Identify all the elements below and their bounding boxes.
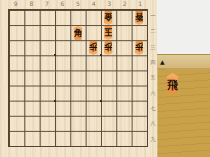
file-label-9: 9 xyxy=(8,0,24,8)
square-3-1[interactable]: 金 xyxy=(101,10,116,25)
rank-label-9: 九 xyxy=(149,132,156,146)
file-label-8: 8 xyxy=(24,0,40,8)
komadai: ▲ 飛 xyxy=(157,54,210,157)
piece-glyph: 歩 xyxy=(135,42,144,51)
board[interactable]: 金香角玉歩歩歩 xyxy=(8,9,148,147)
komadai-top-edge: ▲ xyxy=(157,55,210,69)
gote-pawn-piece[interactable]: 歩 xyxy=(133,41,146,55)
gote-pawn-piece[interactable]: 歩 xyxy=(102,41,115,55)
file-label-7: 7 xyxy=(39,0,55,8)
gote-lance-piece[interactable]: 香 xyxy=(133,11,146,25)
file-label-6: 6 xyxy=(55,0,71,8)
rank-label-3: 三 xyxy=(149,40,156,54)
rank-label-1: 一 xyxy=(149,10,156,24)
gote-gold-piece[interactable]: 金 xyxy=(102,11,115,25)
file-label-3: 3 xyxy=(101,0,117,8)
file-label-4: 4 xyxy=(86,0,102,8)
piece-glyph: 玉 xyxy=(104,27,113,36)
gote-king-piece[interactable]: 玉 xyxy=(102,26,115,40)
star-point xyxy=(54,54,56,56)
square-3-3[interactable]: 歩 xyxy=(101,40,116,55)
square-1-3[interactable]: 歩 xyxy=(132,40,147,55)
piece-glyph: 歩 xyxy=(89,42,98,51)
piece-glyph: 歩 xyxy=(104,42,113,51)
rank-label-5: 五 xyxy=(149,71,156,85)
sente-hand-rook-piece[interactable]: 飛 xyxy=(164,73,181,94)
piece-glyph: 角 xyxy=(73,29,82,38)
star-point xyxy=(100,100,102,102)
file-labels: 987654321 xyxy=(8,0,148,8)
square-5-2[interactable]: 角 xyxy=(70,25,85,40)
file-label-1: 1 xyxy=(133,0,149,8)
sente-bishop-piece[interactable]: 角 xyxy=(72,26,85,40)
file-label-5: 5 xyxy=(70,0,86,8)
file-label-2: 2 xyxy=(117,0,133,8)
square-4-3[interactable]: 歩 xyxy=(86,40,101,55)
right-panel: ▲ 飛 xyxy=(157,0,210,157)
rank-label-8: 八 xyxy=(149,117,156,131)
sente-hand-area: 飛 xyxy=(157,69,210,157)
piece-glyph: 金 xyxy=(104,12,113,21)
rank-label-4: 四 xyxy=(149,56,156,70)
gote-pawn-piece[interactable]: 歩 xyxy=(87,41,100,55)
piece-glyph: 飛 xyxy=(167,80,178,91)
rank-label-6: 六 xyxy=(149,86,156,100)
rank-labels: 一二三四五六七八九 xyxy=(149,9,157,147)
star-point xyxy=(54,100,56,102)
square-1-1[interactable]: 香 xyxy=(132,10,147,25)
square-3-2[interactable]: 玉 xyxy=(101,25,116,40)
rank-label-7: 七 xyxy=(149,102,156,116)
sente-hand-marker: ▲ xyxy=(160,58,165,65)
piece-glyph: 香 xyxy=(135,12,144,21)
shogi-diagram: 987654321 一二三四五六七八九 金香角玉歩歩歩 ▲ 飛 xyxy=(0,0,210,157)
rank-label-2: 二 xyxy=(149,25,156,39)
